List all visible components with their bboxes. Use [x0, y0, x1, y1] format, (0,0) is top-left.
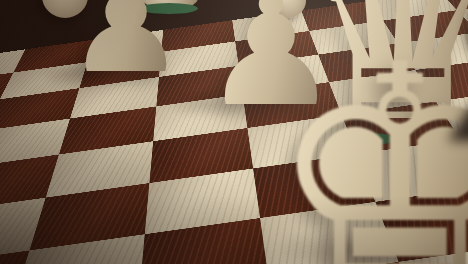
pieces-overlay: ♟♟♛♚♝ — [0, 0, 468, 264]
bishop-g2[interactable]: ♝ — [396, 0, 468, 178]
pawn-b4[interactable]: ♟ — [66, 0, 186, 92]
chessboard-photo-scene: ♟♟♛♚♝ — [0, 0, 468, 264]
